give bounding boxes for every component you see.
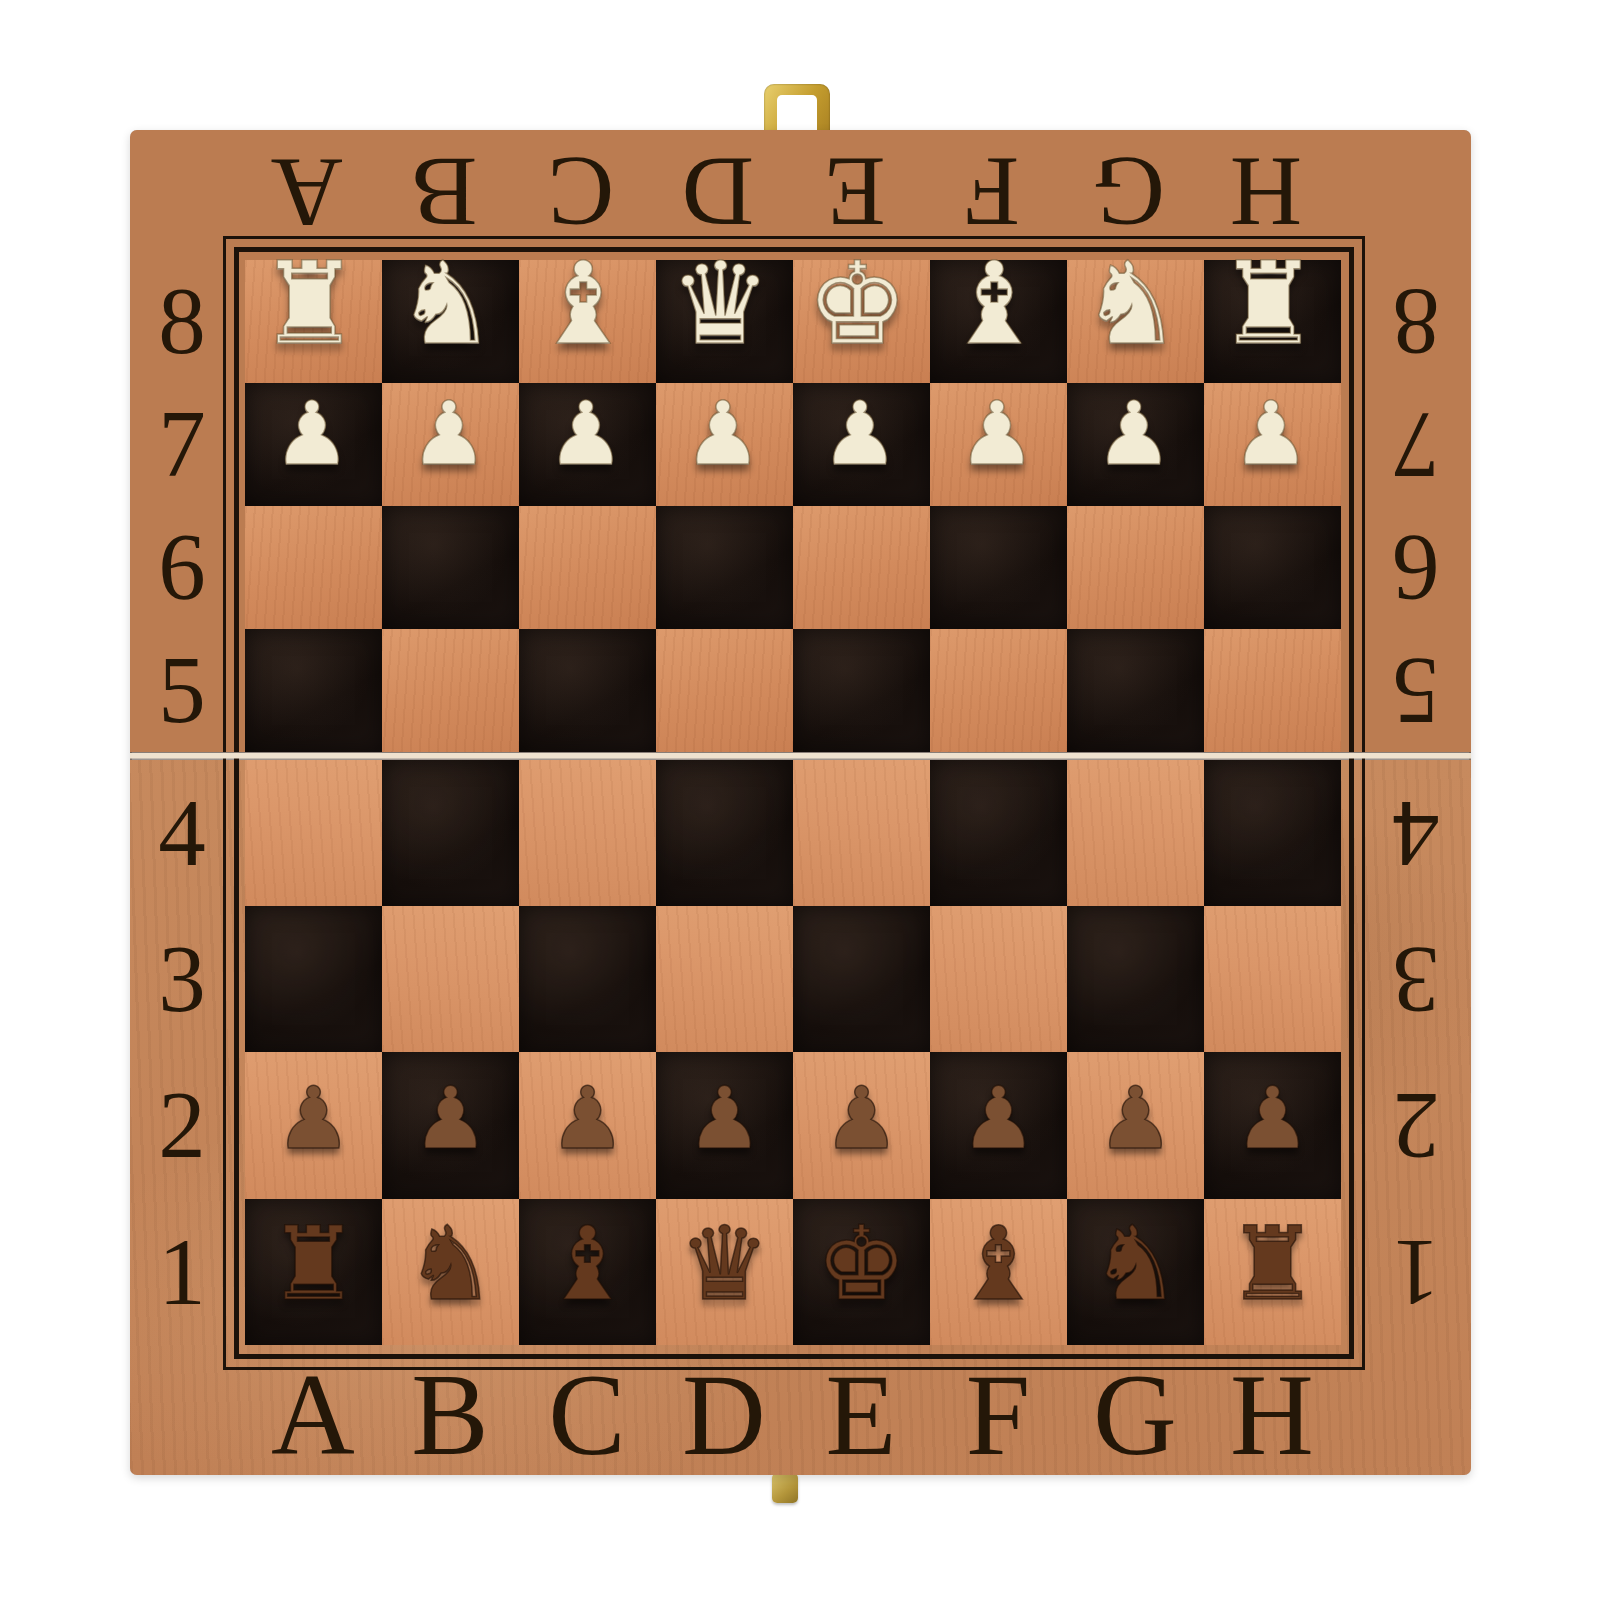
square-f4[interactable]	[930, 760, 1067, 906]
piece-dark-pawn[interactable]: ♟	[549, 1076, 626, 1162]
square-a5[interactable]	[245, 629, 382, 752]
label-file-bottom-a: A	[271, 1357, 355, 1473]
square-b6[interactable]	[382, 506, 519, 629]
square-e4[interactable]	[793, 760, 930, 906]
piece-dark-pawn[interactable]: ♟	[412, 1076, 489, 1162]
label-file-top-b: B	[411, 142, 478, 242]
square-g3[interactable]	[1067, 906, 1204, 1052]
label-file-bottom-d: D	[682, 1357, 766, 1473]
square-e1[interactable]: ♚	[793, 1199, 930, 1345]
square-h4[interactable]	[1204, 760, 1341, 906]
label-rank-left-6: 6	[158, 520, 206, 615]
square-h6[interactable]	[1204, 506, 1341, 629]
square-e7[interactable]: ♟	[793, 383, 930, 506]
piece-white-bishop[interactable]: ♝	[943, 246, 1045, 360]
square-h1[interactable]: ♜	[1204, 1199, 1341, 1345]
square-c3[interactable]	[519, 906, 656, 1052]
piece-white-pawn[interactable]: ♟	[820, 390, 899, 478]
label-file-bottom-c: C	[548, 1357, 625, 1473]
square-d6[interactable]	[656, 506, 793, 629]
piece-dark-rook[interactable]: ♜	[1227, 1212, 1318, 1314]
square-f6[interactable]	[930, 506, 1067, 629]
square-f7[interactable]: ♟	[930, 383, 1067, 506]
piece-dark-pawn[interactable]: ♟	[1097, 1076, 1174, 1162]
square-c1[interactable]: ♝	[519, 1199, 656, 1345]
piece-dark-pawn[interactable]: ♟	[960, 1076, 1037, 1162]
square-g6[interactable]	[1067, 506, 1204, 629]
brass-hinge-pin	[772, 1473, 798, 1503]
square-g1[interactable]: ♞	[1067, 1199, 1204, 1345]
square-e6[interactable]	[793, 506, 930, 629]
label-file-bottom-e: E	[826, 1357, 897, 1473]
label-rank-left-5: 5	[158, 643, 206, 738]
board-grid-ranks-8-5: ♜♞♝♛♚♝♞♜♟♟♟♟♟♟♟♟	[245, 260, 1341, 752]
label-file-bottom-b: B	[411, 1357, 488, 1473]
label-rank-left-7: 7	[158, 397, 206, 492]
piece-white-knight[interactable]: ♞	[395, 246, 497, 360]
piece-dark-pawn[interactable]: ♟	[686, 1076, 763, 1162]
square-e3[interactable]	[793, 906, 930, 1052]
label-rank-left-8: 8	[158, 274, 206, 369]
label-file-top-d: D	[682, 142, 754, 242]
piece-white-pawn[interactable]: ♟	[409, 390, 488, 478]
piece-dark-queen[interactable]: ♛	[679, 1212, 770, 1314]
label-rank-right-6: 6	[1392, 520, 1440, 615]
label-file-top-h: H	[1230, 142, 1302, 242]
square-c7[interactable]: ♟	[519, 383, 656, 506]
label-file-top-a: A	[271, 142, 343, 242]
piece-dark-rook[interactable]: ♜	[268, 1212, 359, 1314]
label-file-top-f: F	[964, 142, 1020, 242]
label-file-bottom-h: H	[1230, 1357, 1314, 1473]
piece-white-queen[interactable]: ♛	[669, 246, 771, 360]
label-rank-left-2: 2	[158, 1078, 206, 1173]
square-g2[interactable]: ♟	[1067, 1052, 1204, 1198]
square-f1[interactable]: ♝	[930, 1199, 1067, 1345]
piece-white-bishop[interactable]: ♝	[532, 246, 634, 360]
square-h5[interactable]	[1204, 629, 1341, 752]
fold-seam	[130, 752, 1471, 760]
label-rank-right-4: 4	[1392, 786, 1440, 881]
board-grid-ranks-4-1: ♟♟♟♟♟♟♟♟♜♞♝♛♚♝♞♜	[245, 760, 1341, 1345]
square-d2[interactable]: ♟	[656, 1052, 793, 1198]
piece-dark-knight[interactable]: ♞	[405, 1212, 496, 1314]
label-rank-right-3: 3	[1392, 932, 1440, 1027]
label-rank-right-8: 8	[1392, 274, 1440, 369]
square-a6[interactable]	[245, 506, 382, 629]
square-h7[interactable]: ♟	[1204, 383, 1341, 506]
square-b5[interactable]	[382, 629, 519, 752]
piece-white-pawn[interactable]: ♟	[683, 390, 762, 478]
square-e8[interactable]: ♚	[793, 260, 930, 383]
square-h3[interactable]	[1204, 906, 1341, 1052]
square-b4[interactable]	[382, 760, 519, 906]
square-c6[interactable]	[519, 506, 656, 629]
piece-dark-bishop[interactable]: ♝	[953, 1212, 1044, 1314]
label-file-bottom-g: G	[1093, 1357, 1177, 1473]
piece-dark-knight[interactable]: ♞	[1090, 1212, 1181, 1314]
square-g8[interactable]: ♞	[1067, 260, 1204, 383]
piece-white-pawn[interactable]: ♟	[1094, 390, 1173, 478]
square-e5[interactable]	[793, 629, 930, 752]
board-bottom-half: ♟♟♟♟♟♟♟♟♜♞♝♛♚♝♞♜ ABCDEFGH44332211	[130, 760, 1471, 1475]
label-rank-left-3: 3	[158, 932, 206, 1027]
label-file-top-e: E	[824, 142, 885, 242]
square-a1[interactable]: ♜	[245, 1199, 382, 1345]
piece-white-pawn[interactable]: ♟	[957, 390, 1036, 478]
label-rank-right-5: 5	[1392, 643, 1440, 738]
square-c4[interactable]	[519, 760, 656, 906]
square-h2[interactable]: ♟	[1204, 1052, 1341, 1198]
square-d4[interactable]	[656, 760, 793, 906]
piece-dark-bishop[interactable]: ♝	[542, 1212, 633, 1314]
square-g5[interactable]	[1067, 629, 1204, 752]
square-g7[interactable]: ♟	[1067, 383, 1204, 506]
label-rank-right-1: 1	[1392, 1224, 1440, 1319]
square-d1[interactable]: ♛	[656, 1199, 793, 1345]
label-rank-left-1: 1	[158, 1224, 206, 1319]
label-rank-right-7: 7	[1392, 397, 1440, 492]
square-b8[interactable]: ♞	[382, 260, 519, 383]
label-rank-right-2: 2	[1392, 1078, 1440, 1173]
square-e2[interactable]: ♟	[793, 1052, 930, 1198]
label-file-top-g: G	[1093, 142, 1165, 242]
square-g4[interactable]	[1067, 760, 1204, 906]
label-file-bottom-f: F	[966, 1357, 1031, 1473]
square-d7[interactable]: ♟	[656, 383, 793, 506]
square-a8[interactable]: ♜	[245, 260, 382, 383]
piece-white-knight[interactable]: ♞	[1080, 246, 1182, 360]
square-d8[interactable]: ♛	[656, 260, 793, 383]
board-top-half: ♜♞♝♛♚♝♞♜♟♟♟♟♟♟♟♟ ABCDEFGH88776655	[130, 130, 1471, 752]
square-f5[interactable]	[930, 629, 1067, 752]
square-b1[interactable]: ♞	[382, 1199, 519, 1345]
square-a7[interactable]: ♟	[245, 383, 382, 506]
piece-dark-pawn[interactable]: ♟	[1234, 1076, 1311, 1162]
piece-dark-king[interactable]: ♚	[816, 1212, 907, 1314]
square-b3[interactable]	[382, 906, 519, 1052]
label-file-top-c: C	[548, 142, 615, 242]
square-c2[interactable]: ♟	[519, 1052, 656, 1198]
piece-white-rook[interactable]: ♜	[258, 246, 360, 360]
square-a2[interactable]: ♟	[245, 1052, 382, 1198]
square-d3[interactable]	[656, 906, 793, 1052]
square-d5[interactable]	[656, 629, 793, 752]
piece-white-rook[interactable]: ♜	[1217, 246, 1319, 360]
square-c8[interactable]: ♝	[519, 260, 656, 383]
piece-white-pawn[interactable]: ♟	[272, 390, 351, 478]
square-f2[interactable]: ♟	[930, 1052, 1067, 1198]
square-b2[interactable]: ♟	[382, 1052, 519, 1198]
square-c5[interactable]	[519, 629, 656, 752]
square-a3[interactable]	[245, 906, 382, 1052]
square-h8[interactable]: ♜	[1204, 260, 1341, 383]
chess-board: ♜♞♝♛♚♝♞♜♟♟♟♟♟♟♟♟ ABCDEFGH88776655 ♟♟♟♟♟♟…	[130, 130, 1471, 1475]
square-f3[interactable]	[930, 906, 1067, 1052]
piece-white-king[interactable]: ♚	[806, 246, 908, 360]
piece-white-pawn[interactable]: ♟	[1231, 390, 1310, 478]
square-f8[interactable]: ♝	[930, 260, 1067, 383]
square-b7[interactable]: ♟	[382, 383, 519, 506]
square-a4[interactable]	[245, 760, 382, 906]
piece-dark-pawn[interactable]: ♟	[823, 1076, 900, 1162]
piece-dark-pawn[interactable]: ♟	[275, 1076, 352, 1162]
label-rank-left-4: 4	[158, 786, 206, 881]
piece-white-pawn[interactable]: ♟	[546, 390, 625, 478]
